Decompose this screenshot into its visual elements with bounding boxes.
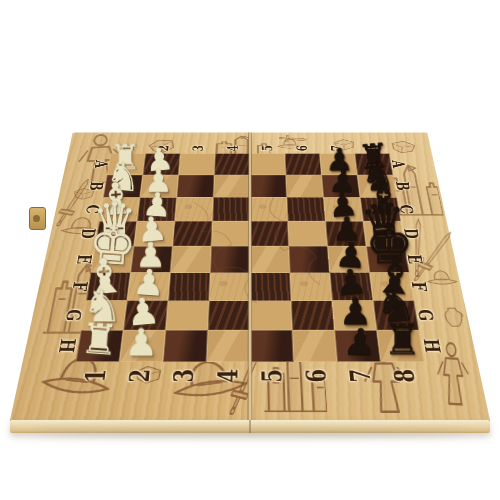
piece-white-pawn-h2[interactable]: ♟ bbox=[124, 324, 158, 360]
hinge-seam bbox=[248, 132, 253, 420]
border-corner bbox=[10, 362, 76, 420]
bottom-rank-label-2: 2 bbox=[112, 362, 163, 420]
square-h2[interactable]: ♟ bbox=[119, 330, 165, 362]
square-a4[interactable] bbox=[214, 154, 250, 175]
cast-shadow bbox=[34, 430, 466, 437]
chess-board: 12345678A♜♟♟♜AB♞♟♟♞BC♝♟♟♝CD♛♟♟♛DE♚♟♟♚EF♝… bbox=[10, 132, 490, 420]
right-file-label-h: H bbox=[419, 330, 477, 362]
border-corner bbox=[68, 132, 114, 153]
square-h8[interactable]: ♜ bbox=[377, 330, 425, 362]
right-file-label-a: A bbox=[389, 154, 436, 175]
square-a5[interactable] bbox=[250, 154, 286, 175]
piece-black-rook-h8[interactable]: ♜ bbox=[383, 320, 421, 360]
right-file-label-g: G bbox=[414, 301, 470, 331]
bottom-rank-label-3: 3 bbox=[158, 362, 206, 420]
bottom-rank-label-6: 6 bbox=[294, 362, 342, 420]
photo-stage: 12345678A♜♟♟♜AB♞♟♟♞BC♝♟♟♝CD♛♟♟♛DE♚♟♟♚EF♝… bbox=[0, 0, 500, 500]
piece-black-pawn-h7[interactable]: ♟ bbox=[342, 323, 378, 361]
square-a3[interactable] bbox=[178, 154, 215, 175]
top-rank-label-6: 6 bbox=[284, 132, 320, 153]
square-h1[interactable]: ♜ bbox=[76, 330, 124, 362]
top-rank-label-3: 3 bbox=[180, 132, 216, 153]
top-rank-label-5: 5 bbox=[250, 132, 285, 153]
square-a6[interactable] bbox=[285, 154, 322, 175]
left-file-label-a: A bbox=[63, 154, 110, 175]
top-rank-label-4: 4 bbox=[215, 132, 250, 153]
left-file-label-h: H bbox=[23, 330, 81, 362]
border-corner bbox=[386, 132, 432, 153]
piece-white-rook-h1[interactable]: ♜ bbox=[79, 319, 120, 362]
bottom-rank-label-7: 7 bbox=[337, 362, 388, 420]
right-file-label-f: F bbox=[409, 273, 464, 301]
